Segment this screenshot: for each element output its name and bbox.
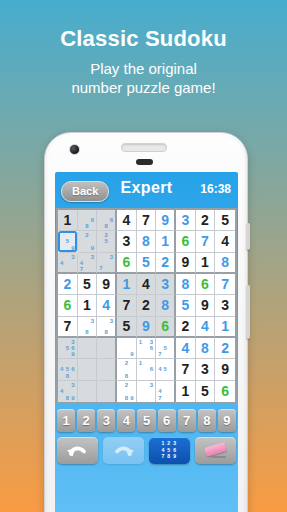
notes-grid-row: 7 8 9	[162, 454, 178, 460]
cell-r2c2[interactable]: 29	[78, 231, 98, 252]
cell-r5c9[interactable]: 3	[215, 295, 235, 316]
cell-value: 9	[201, 298, 209, 312]
cell-value: 5	[122, 319, 130, 333]
numpad-7[interactable]: 7	[178, 409, 196, 432]
cell-r1c8[interactable]: 2	[196, 210, 216, 231]
cell-r6c6[interactable]: 6	[156, 317, 176, 338]
pencil-marks: 289	[118, 382, 135, 401]
cell-value: 1	[201, 255, 209, 269]
cell-r4c3[interactable]: 9	[97, 274, 117, 295]
pencil-marks: 9	[118, 339, 135, 357]
cell-value: 6	[122, 255, 130, 269]
cell-value: 8	[142, 234, 150, 248]
cell-r6c4[interactable]: 5	[117, 317, 137, 338]
cell-r3c1[interactable]: 34	[58, 253, 78, 274]
pencil-marks: 3	[138, 382, 155, 401]
cell-r7c2[interactable]	[78, 338, 98, 359]
cell-r6c8[interactable]: 4	[196, 317, 216, 338]
sudoku-board: 1686847932559292538167434347376529182591…	[56, 208, 237, 404]
cell-r5c5[interactable]: 2	[137, 295, 157, 316]
pencil-marks: 38	[98, 318, 114, 335]
cell-value: 7	[201, 234, 209, 248]
cell-value: 4	[102, 298, 110, 312]
cell-r3c7[interactable]: 9	[176, 253, 196, 274]
cell-value: 4	[201, 319, 209, 333]
pencil-marks: 3489	[59, 382, 76, 401]
pencil-marks: 59	[59, 232, 76, 250]
speaker-slot	[121, 143, 167, 152]
cell-r8c9[interactable]: 9	[215, 359, 235, 380]
front-camera-icon	[69, 144, 80, 155]
cell-r4c8[interactable]: 6	[196, 274, 216, 295]
toolbar: 1 2 3 4 5 6 7 8 9	[57, 437, 236, 464]
cell-value: 7	[221, 277, 229, 291]
undo-button[interactable]	[57, 437, 98, 464]
numpad: 123456789	[57, 409, 236, 432]
promo-subtitle-line1: Play the original	[0, 59, 287, 78]
cell-value: 9	[181, 255, 189, 269]
app-header: Back Expert 16:38	[55, 172, 238, 207]
notes-grid-row: 1 2 3	[162, 441, 178, 447]
cell-value: 6	[221, 384, 229, 398]
cell-value: 3	[181, 213, 189, 227]
numpad-6[interactable]: 6	[158, 409, 176, 432]
phone-mockup: Back Expert 16:38 1686847932559292538167…	[44, 132, 248, 512]
cell-value: 2	[63, 277, 71, 291]
cell-r4c5[interactable]: 4	[137, 274, 157, 295]
numpad-8[interactable]: 8	[198, 409, 216, 432]
cell-value: 4	[122, 213, 130, 227]
cell-r2c9[interactable]: 4	[215, 231, 235, 252]
cell-r7c6[interactable]: 57	[156, 338, 176, 359]
cell-r6c1[interactable]: 7	[58, 317, 78, 338]
cell-r8c4[interactable]: 28	[117, 359, 137, 380]
timer: 16:38	[200, 182, 231, 196]
pencil-marks: 347	[79, 254, 96, 271]
earpiece-pill	[136, 159, 153, 165]
cell-r3c8[interactable]: 1	[196, 253, 216, 274]
cell-r9c3[interactable]	[97, 381, 117, 402]
cell-r7c4[interactable]: 9	[117, 338, 137, 359]
cell-value: 5	[221, 213, 229, 227]
volume-button	[246, 285, 250, 339]
cell-r5c2[interactable]: 1	[78, 295, 98, 316]
cell-r7c8[interactable]: 8	[196, 338, 216, 359]
cell-r2c7[interactable]: 6	[176, 231, 196, 252]
cell-r3c3[interactable]: 37	[97, 253, 117, 274]
redo-button[interactable]	[103, 437, 144, 464]
cell-value: 4	[221, 234, 229, 248]
pencil-marks: 38	[79, 318, 96, 335]
notes-button[interactable]: 1 2 3 4 5 6 7 8 9	[149, 437, 190, 464]
cell-r4c4[interactable]: 1	[117, 274, 137, 295]
cell-r2c4[interactable]: 3	[117, 231, 137, 252]
cell-value: 4	[181, 341, 189, 355]
cell-value: 4	[142, 277, 150, 291]
numpad-4[interactable]: 4	[117, 409, 135, 432]
cell-r9c4[interactable]: 289	[117, 381, 137, 402]
cell-value: 6	[201, 277, 209, 291]
cell-r1c2[interactable]: 68	[78, 210, 98, 231]
cell-r2c8[interactable]: 7	[196, 231, 216, 252]
cell-r2c5[interactable]: 8	[137, 231, 157, 252]
cell-r4c6[interactable]: 3	[156, 274, 176, 295]
cell-r7c5[interactable]: 136	[137, 338, 157, 359]
cell-r1c1[interactable]: 1	[58, 210, 78, 231]
pencil-marks: 68	[79, 211, 96, 229]
cell-value: 3	[201, 362, 209, 376]
cell-value: 5	[201, 384, 209, 398]
cell-r1c9[interactable]: 5	[215, 210, 235, 231]
cell-r9c9[interactable]: 6	[215, 381, 235, 402]
cell-r8c1[interactable]: 4568	[58, 359, 78, 380]
cell-r1c7[interactable]: 3	[176, 210, 196, 231]
promo-screenshot: Classic Sudoku Play the original number …	[0, 0, 287, 512]
cell-r8c2[interactable]	[78, 359, 98, 380]
numpad-2[interactable]: 2	[77, 409, 95, 432]
cell-r2c3[interactable]: 25	[97, 231, 117, 252]
cell-value: 8	[161, 298, 169, 312]
cell-value: 7	[181, 362, 189, 376]
cell-value: 5	[142, 255, 150, 269]
cell-r9c2[interactable]	[78, 381, 98, 402]
pencil-marks: 4568	[59, 360, 76, 378]
cell-r6c3[interactable]: 38	[97, 317, 117, 338]
cell-r5c6[interactable]: 8	[156, 295, 176, 316]
pencil-marks: 25	[98, 232, 114, 250]
cell-value: 1	[161, 234, 169, 248]
promo-title: Classic Sudoku	[0, 26, 287, 52]
cell-value: 8	[181, 277, 189, 291]
cell-value: 8	[201, 341, 209, 355]
cell-value: 1	[122, 277, 130, 291]
numpad-1[interactable]: 1	[57, 409, 75, 432]
power-button	[246, 223, 250, 250]
pencil-marks: 28	[118, 360, 135, 378]
cell-value: 2	[161, 255, 169, 269]
pencil-marks: 136	[138, 339, 155, 357]
cell-r5c4[interactable]: 7	[117, 295, 137, 316]
cell-value: 3	[161, 277, 169, 291]
cell-r1c6[interactable]: 9	[156, 210, 176, 231]
pencil-marks: 16	[138, 360, 155, 378]
cell-r1c4[interactable]: 4	[117, 210, 137, 231]
cell-value: 9	[221, 362, 229, 376]
cell-r8c3[interactable]	[97, 359, 117, 380]
cell-value: 1	[181, 384, 189, 398]
cell-value: 2	[221, 341, 229, 355]
cell-value: 7	[63, 319, 71, 333]
cell-r3c6[interactable]: 2	[156, 253, 176, 274]
cell-value: 9	[142, 319, 150, 333]
cell-r3c5[interactable]: 5	[137, 253, 157, 274]
cell-value: 7	[142, 213, 150, 227]
cell-r8c5[interactable]: 16	[137, 359, 157, 380]
pencil-marks: 47	[157, 382, 173, 401]
cell-r7c1[interactable]: 3569	[58, 338, 78, 359]
cell-r6c7[interactable]: 2	[176, 317, 196, 338]
promo-subtitle-line2: number puzzle game!	[0, 78, 287, 97]
cell-value: 6	[63, 298, 71, 312]
cell-r7c7[interactable]: 4	[176, 338, 196, 359]
pencil-marks: 57	[157, 339, 173, 357]
eraser-icon	[203, 443, 229, 459]
cell-r1c5[interactable]: 7	[137, 210, 157, 231]
cell-r8c7[interactable]: 7	[176, 359, 196, 380]
numpad-3[interactable]: 3	[97, 409, 115, 432]
cell-r4c7[interactable]: 8	[176, 274, 196, 295]
cell-value: 6	[181, 234, 189, 248]
cell-r3c2[interactable]: 347	[78, 253, 98, 274]
cell-value: 1	[221, 319, 229, 333]
pencil-marks: 34	[59, 254, 76, 271]
promo-subtitle: Play the original number puzzle game!	[0, 59, 287, 97]
cell-value: 3	[221, 298, 229, 312]
cell-r2c6[interactable]: 1	[156, 231, 176, 252]
redo-arrow-icon	[112, 443, 135, 459]
pencil-marks: 37	[98, 254, 114, 271]
cell-r3c9[interactable]: 8	[215, 253, 235, 274]
cell-r1c3[interactable]: 68	[97, 210, 117, 231]
cell-value: 6	[161, 319, 169, 333]
cell-r5c3[interactable]: 4	[97, 295, 117, 316]
cell-r7c3[interactable]	[97, 338, 117, 359]
cell-value: 9	[161, 213, 169, 227]
cell-r9c6[interactable]: 47	[156, 381, 176, 402]
pencil-marks: 68	[98, 211, 114, 229]
numpad-9[interactable]: 9	[218, 409, 236, 432]
pencil-marks: 3569	[59, 339, 76, 357]
cell-r9c1[interactable]: 3489	[58, 381, 78, 402]
cell-r4c9[interactable]: 7	[215, 274, 235, 295]
cell-r6c2[interactable]: 38	[78, 317, 98, 338]
cell-r6c5[interactable]: 9	[137, 317, 157, 338]
cell-r9c8[interactable]: 5	[196, 381, 216, 402]
cell-value: 2	[181, 319, 189, 333]
cell-r6c9[interactable]: 1	[215, 317, 235, 338]
cell-r9c7[interactable]: 1	[176, 381, 196, 402]
cell-value: 2	[142, 298, 150, 312]
cell-value: 5	[83, 277, 91, 291]
numpad-5[interactable]: 5	[137, 409, 155, 432]
cell-r2c1[interactable]: 59	[58, 231, 78, 252]
cell-r8c8[interactable]: 3	[196, 359, 216, 380]
cell-value: 3	[122, 234, 130, 248]
cell-value: 1	[83, 298, 91, 312]
cell-r4c2[interactable]: 5	[78, 274, 98, 295]
cell-value: 2	[201, 213, 209, 227]
pencil-marks: 45	[157, 360, 173, 378]
eraser-button[interactable]	[195, 437, 236, 464]
notes-grid-icon: 1 2 3 4 5 6 7 8 9	[162, 441, 178, 460]
cell-r9c5[interactable]: 3	[137, 381, 157, 402]
cell-r4c1[interactable]: 2	[58, 274, 78, 295]
undo-arrow-icon	[66, 443, 89, 459]
app-screen: Back Expert 16:38 1686847932559292538167…	[55, 172, 238, 512]
pencil-marks: 29	[79, 232, 96, 250]
cell-value: 7	[122, 298, 130, 312]
cell-r5c7[interactable]: 5	[176, 295, 196, 316]
cell-value: 1	[63, 213, 71, 227]
cell-r5c8[interactable]: 9	[196, 295, 216, 316]
cell-value: 9	[102, 277, 110, 291]
cell-r7c9[interactable]: 2	[215, 338, 235, 359]
cell-r5c1[interactable]: 6	[58, 295, 78, 316]
cell-value: 5	[181, 298, 189, 312]
cell-r8c6[interactable]: 45	[156, 359, 176, 380]
cell-value: 8	[221, 255, 229, 269]
cell-r3c4[interactable]: 6	[117, 253, 137, 274]
